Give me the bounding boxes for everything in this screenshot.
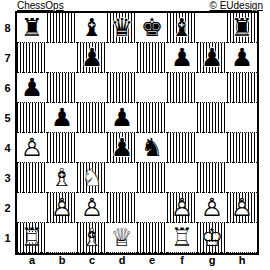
piece-white-pawn: ♟♙ (19, 134, 46, 162)
square-c6[interactable] (77, 73, 107, 103)
square-h6[interactable] (227, 73, 257, 103)
square-e1[interactable] (137, 223, 167, 253)
file-label-d: d (107, 254, 137, 267)
square-f2[interactable]: ♟♙ (167, 193, 197, 223)
square-d1[interactable]: ♛♕ (107, 223, 137, 253)
square-b3[interactable]: ♝♗ (47, 163, 77, 193)
rank-label-7: 7 (2, 43, 13, 73)
square-f5[interactable] (167, 103, 197, 133)
piece-black-knight: ♞ (139, 134, 166, 162)
piece-white-pawn: ♟♙ (79, 194, 106, 222)
square-e3[interactable] (137, 163, 167, 193)
square-a6[interactable]: ♟ (17, 73, 47, 103)
square-a8[interactable]: ♜ (17, 13, 47, 43)
rank-label-8: 8 (2, 13, 13, 43)
square-e4[interactable]: ♞ (137, 133, 167, 163)
square-f3[interactable] (167, 163, 197, 193)
square-d4[interactable]: ♟ (107, 133, 137, 163)
square-c5[interactable] (77, 103, 107, 133)
piece-white-king: ♚♔ (199, 224, 226, 252)
file-label-e: e (137, 254, 167, 267)
file-label-c: c (77, 254, 107, 267)
piece-black-pawn: ♟ (19, 74, 46, 102)
square-d2[interactable] (107, 193, 137, 223)
piece-white-knight: ♞♘ (79, 164, 106, 192)
square-c2[interactable]: ♟♙ (77, 193, 107, 223)
square-a1[interactable]: ♜♖ (17, 223, 47, 253)
piece-white-bishop: ♝♗ (49, 164, 76, 192)
rank-label-4: 4 (2, 133, 13, 163)
square-f6[interactable] (167, 73, 197, 103)
square-h4[interactable] (227, 133, 257, 163)
square-g2[interactable]: ♟♙ (197, 193, 227, 223)
piece-black-pawn: ♟ (109, 104, 136, 132)
square-c8[interactable]: ♝ (77, 13, 107, 43)
piece-white-bishop: ♝♗ (79, 224, 106, 252)
piece-black-queen: ♛ (109, 14, 136, 42)
piece-black-pawn: ♟ (199, 44, 226, 72)
piece-white-pawn: ♟♙ (229, 194, 256, 222)
square-c1[interactable]: ♝♗ (77, 223, 107, 253)
app-title-link[interactable]: ChessOps (17, 0, 64, 11)
piece-black-rook: ♜ (19, 14, 46, 42)
square-g3[interactable] (197, 163, 227, 193)
file-label-g: g (197, 254, 227, 267)
piece-black-pawn: ♟ (169, 44, 196, 72)
square-b1[interactable] (47, 223, 77, 253)
square-a2[interactable] (17, 193, 47, 223)
credit-link[interactable]: © EUdesign (209, 0, 263, 11)
piece-white-pawn: ♟♙ (169, 194, 196, 222)
rank-label-2: 2 (2, 193, 13, 223)
square-c3[interactable]: ♞♘ (77, 163, 107, 193)
file-label-b: b (47, 254, 77, 267)
square-g7[interactable]: ♟ (197, 43, 227, 73)
piece-black-bishop: ♝ (169, 14, 196, 42)
square-f4[interactable] (167, 133, 197, 163)
file-labels: abcdefgh (17, 254, 257, 267)
rank-label-5: 5 (2, 103, 13, 133)
piece-white-pawn: ♟♙ (199, 194, 226, 222)
square-a3[interactable] (17, 163, 47, 193)
square-e2[interactable] (137, 193, 167, 223)
square-b5[interactable]: ♟ (47, 103, 77, 133)
rank-label-6: 6 (2, 73, 13, 103)
square-f7[interactable]: ♟ (167, 43, 197, 73)
file-label-h: h (227, 254, 257, 267)
file-label-a: a (17, 254, 47, 267)
square-h1[interactable] (227, 223, 257, 253)
square-e6[interactable] (137, 73, 167, 103)
piece-black-pawn: ♟ (49, 104, 76, 132)
rank-label-1: 1 (2, 223, 13, 253)
square-f8[interactable]: ♝ (167, 13, 197, 43)
square-g4[interactable] (197, 133, 227, 163)
square-d8[interactable]: ♛ (107, 13, 137, 43)
square-h2[interactable]: ♟♙ (227, 193, 257, 223)
square-b2[interactable]: ♟♙ (47, 193, 77, 223)
square-h3[interactable] (227, 163, 257, 193)
square-h8[interactable]: ♜ (227, 13, 257, 43)
square-h7[interactable]: ♟ (227, 43, 257, 73)
piece-black-king: ♚ (139, 14, 166, 42)
piece-black-bishop: ♝ (79, 14, 106, 42)
square-g5[interactable] (197, 103, 227, 133)
rank-labels: 87654321 (2, 13, 13, 253)
square-c7[interactable]: ♟ (77, 43, 107, 73)
rank-label-3: 3 (2, 163, 13, 193)
piece-black-rook: ♜ (229, 14, 256, 42)
square-b6[interactable] (47, 73, 77, 103)
piece-white-queen: ♛♕ (109, 224, 136, 252)
piece-white-pawn: ♟♙ (49, 194, 76, 222)
piece-white-rook: ♜♖ (19, 224, 46, 252)
square-e8[interactable]: ♚ (137, 13, 167, 43)
square-h5[interactable] (227, 103, 257, 133)
square-f1[interactable]: ♜♖ (167, 223, 197, 253)
square-c4[interactable] (77, 133, 107, 163)
square-g6[interactable] (197, 73, 227, 103)
square-a5[interactable] (17, 103, 47, 133)
square-d5[interactable]: ♟ (107, 103, 137, 133)
piece-black-pawn: ♟ (79, 44, 106, 72)
piece-black-pawn: ♟ (229, 44, 256, 72)
square-b8[interactable] (47, 13, 77, 43)
square-e7[interactable] (137, 43, 167, 73)
square-d3[interactable] (107, 163, 137, 193)
square-a4[interactable]: ♟♙ (17, 133, 47, 163)
piece-white-rook: ♜♖ (169, 224, 196, 252)
chess-board: ♜♝♛♚♝♜♟♟♟♟♟♟♟♟♙♟♞♝♗♞♘♟♙♟♙♟♙♟♙♟♙♜♖♝♗♛♕♜♖♚… (15, 11, 259, 255)
square-d7[interactable] (107, 43, 137, 73)
square-a7[interactable] (17, 43, 47, 73)
square-b7[interactable] (47, 43, 77, 73)
square-b4[interactable] (47, 133, 77, 163)
file-label-f: f (167, 254, 197, 267)
square-d6[interactable] (107, 73, 137, 103)
square-g8[interactable] (197, 13, 227, 43)
square-e5[interactable] (137, 103, 167, 133)
square-g1[interactable]: ♚♔ (197, 223, 227, 253)
piece-black-pawn: ♟ (109, 134, 136, 162)
